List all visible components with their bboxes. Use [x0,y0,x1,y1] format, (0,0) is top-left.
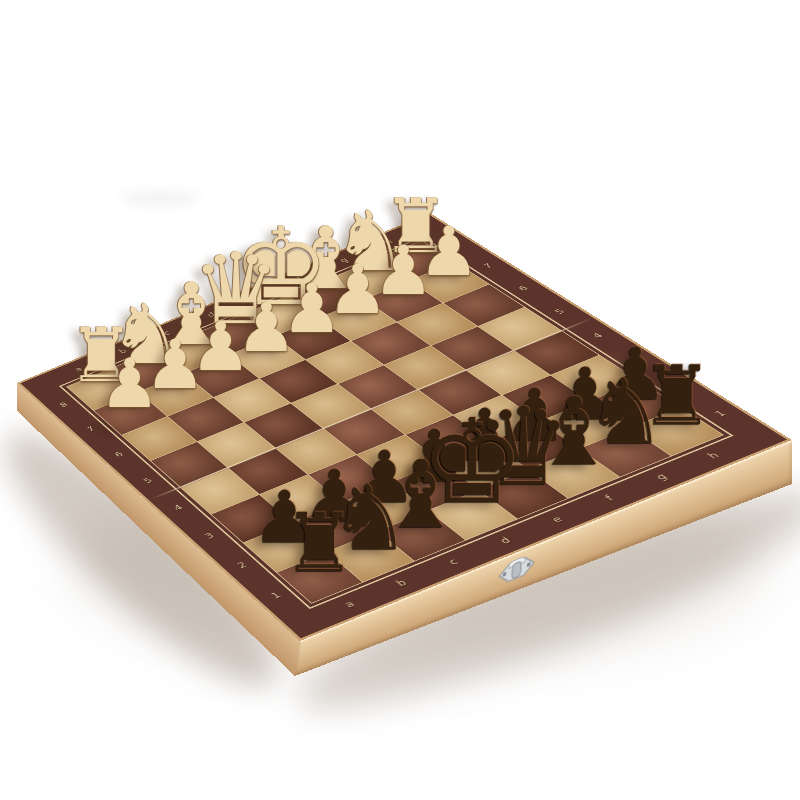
product-photo-scene: abcdefgh abcdefgh 87654321 87654321 ♜♞♟♝… [0,0,800,800]
background-smudge [120,192,200,204]
